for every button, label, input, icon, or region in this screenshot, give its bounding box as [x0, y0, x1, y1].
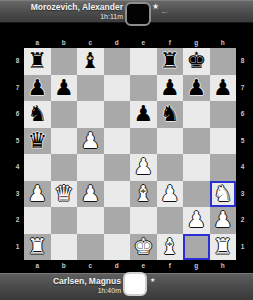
- piece-black-queen[interactable]: ♛: [27, 128, 47, 155]
- bottom-player-info: Carlsen, Magnus 1h:40m: [0, 277, 121, 295]
- square-f8[interactable]: ♜: [157, 48, 184, 75]
- square-g2[interactable]: ♟: [183, 207, 210, 234]
- square-d5[interactable]: [104, 128, 131, 155]
- file-label-e: e: [130, 38, 157, 47]
- square-c7[interactable]: [77, 75, 104, 102]
- piece-white-pawn[interactable]: ♟: [27, 181, 47, 208]
- square-e8[interactable]: [130, 48, 157, 75]
- rank-label-7: 7: [13, 75, 22, 102]
- square-g4[interactable]: [183, 154, 210, 181]
- piece-white-rook[interactable]: ♜: [213, 234, 233, 261]
- square-g3[interactable]: [183, 181, 210, 208]
- rank-label-7: 7: [238, 75, 247, 102]
- top-player-name: Morozevich, Alexander: [0, 3, 123, 12]
- back-arrow-icon[interactable]: ←: [160, 6, 169, 16]
- square-a5[interactable]: ♛: [24, 128, 51, 155]
- square-g1[interactable]: [183, 234, 210, 261]
- square-a7[interactable]: ♟: [24, 75, 51, 102]
- bottom-player-clock: 1h:40m: [0, 287, 121, 295]
- piece-black-knight[interactable]: ♞: [27, 101, 47, 128]
- square-b2[interactable]: [51, 207, 78, 234]
- square-g7[interactable]: ♟: [183, 75, 210, 102]
- piece-white-queen[interactable]: ♛: [54, 181, 74, 208]
- square-d3[interactable]: [104, 181, 131, 208]
- piece-white-bishop[interactable]: ♝: [160, 234, 180, 261]
- piece-white-knight[interactable]: ♞: [213, 181, 233, 208]
- file-label-d: d: [104, 38, 131, 47]
- piece-black-pawn[interactable]: ♟: [213, 75, 233, 102]
- rank-label-8: 8: [238, 48, 247, 75]
- square-b3[interactable]: ♛: [51, 181, 78, 208]
- piece-white-pawn[interactable]: ♟: [80, 128, 100, 155]
- file-label-f: f: [157, 38, 184, 47]
- square-f5[interactable]: [157, 128, 184, 155]
- top-player-clock: 1h:11m: [0, 13, 123, 21]
- chess-board: ♜♝♜♚♟♟♟♟♟♞♟♞♛♟♟♟♛♟♝♟♞♟♟♜♚♝♜: [24, 48, 236, 260]
- file-labels-bottom: abcdefgh: [24, 261, 236, 270]
- square-f3[interactable]: ♟: [157, 181, 184, 208]
- square-b6[interactable]: [51, 101, 78, 128]
- square-e5[interactable]: [130, 128, 157, 155]
- file-label-a: a: [24, 38, 51, 47]
- star-icon: ★: [150, 276, 155, 283]
- file-label-e: e: [130, 261, 157, 270]
- square-h3[interactable]: ♞: [210, 181, 237, 208]
- square-e4[interactable]: ♟: [130, 154, 157, 181]
- square-b7[interactable]: ♟: [51, 75, 78, 102]
- square-h6[interactable]: [210, 101, 237, 128]
- rank-label-2: 2: [238, 207, 247, 234]
- square-h7[interactable]: ♟: [210, 75, 237, 102]
- piece-white-king[interactable]: ♚: [133, 234, 153, 261]
- piece-black-bishop[interactable]: ♝: [80, 48, 100, 75]
- piece-black-pawn[interactable]: ♟: [186, 75, 206, 102]
- rank-label-6: 6: [238, 101, 247, 128]
- file-label-b: b: [51, 261, 78, 270]
- square-d7[interactable]: [104, 75, 131, 102]
- square-f4[interactable]: [157, 154, 184, 181]
- rank-label-4: 4: [238, 154, 247, 181]
- rank-label-3: 3: [238, 181, 247, 208]
- rank-label-4: 4: [13, 154, 22, 181]
- square-e1[interactable]: ♚: [130, 234, 157, 261]
- file-label-g: g: [183, 38, 210, 47]
- piece-black-pawn[interactable]: ♟: [133, 101, 153, 128]
- square-e6[interactable]: ♟: [130, 101, 157, 128]
- rank-label-3: 3: [13, 181, 22, 208]
- square-d8[interactable]: [104, 48, 131, 75]
- square-a8[interactable]: ♜: [24, 48, 51, 75]
- star-icon: ★: [152, 2, 159, 11]
- file-label-h: h: [210, 38, 237, 47]
- rank-labels-left: 87654321: [13, 48, 22, 260]
- square-c5[interactable]: ♟: [77, 128, 104, 155]
- square-h5[interactable]: [210, 128, 237, 155]
- square-g6[interactable]: [183, 101, 210, 128]
- square-d1[interactable]: [104, 234, 131, 261]
- square-b4[interactable]: [51, 154, 78, 181]
- file-label-b: b: [51, 38, 78, 47]
- piece-black-king[interactable]: ♚: [186, 48, 206, 75]
- square-c3[interactable]: ♟: [77, 181, 104, 208]
- square-d6[interactable]: [104, 101, 131, 128]
- piece-black-rook[interactable]: ♜: [27, 48, 47, 75]
- piece-black-knight[interactable]: ♞: [160, 101, 180, 128]
- square-e7[interactable]: [130, 75, 157, 102]
- rank-label-2: 2: [13, 207, 22, 234]
- piece-white-pawn[interactable]: ♟: [213, 207, 233, 234]
- piece-white-pawn[interactable]: ♟: [80, 181, 100, 208]
- file-label-c: c: [77, 38, 104, 47]
- square-f7[interactable]: ♟: [157, 75, 184, 102]
- square-b5[interactable]: [51, 128, 78, 155]
- square-c1[interactable]: [77, 234, 104, 261]
- square-d2[interactable]: [104, 207, 131, 234]
- piece-white-bishop[interactable]: ♝: [133, 181, 153, 208]
- piece-white-rook[interactable]: ♜: [27, 234, 47, 261]
- piece-black-pawn[interactable]: ♟: [54, 75, 74, 102]
- rank-label-5: 5: [13, 128, 22, 155]
- game-window: Morozevich, Alexander 1h:11m ★ ← abcdefg…: [0, 0, 253, 300]
- file-label-c: c: [77, 261, 104, 270]
- file-labels-top: abcdefgh: [24, 38, 236, 47]
- rank-label-6: 6: [13, 101, 22, 128]
- square-a6[interactable]: ♞: [24, 101, 51, 128]
- file-label-a: a: [24, 261, 51, 270]
- rank-label-1: 1: [13, 234, 22, 261]
- top-player-color-chip: [125, 2, 151, 26]
- bottom-player-color-chip: [123, 272, 147, 296]
- file-label-d: d: [104, 261, 131, 270]
- square-f1[interactable]: ♝: [157, 234, 184, 261]
- square-a2[interactable]: [24, 207, 51, 234]
- piece-white-pawn[interactable]: ♟: [133, 154, 153, 181]
- square-a4[interactable]: [24, 154, 51, 181]
- square-b8[interactable]: [51, 48, 78, 75]
- piece-black-pawn[interactable]: ♟: [160, 75, 180, 102]
- file-label-f: f: [157, 261, 184, 270]
- file-label-h: h: [210, 261, 237, 270]
- square-d4[interactable]: [104, 154, 131, 181]
- square-a3[interactable]: ♟: [24, 181, 51, 208]
- square-h8[interactable]: [210, 48, 237, 75]
- top-player-info: Morozevich, Alexander 1h:11m: [0, 3, 123, 21]
- square-e2[interactable]: [130, 207, 157, 234]
- piece-black-rook[interactable]: ♜: [160, 48, 180, 75]
- piece-black-pawn[interactable]: ♟: [27, 75, 47, 102]
- piece-white-pawn[interactable]: ♟: [160, 181, 180, 208]
- piece-white-pawn[interactable]: ♟: [186, 207, 206, 234]
- square-c6[interactable]: [77, 101, 104, 128]
- square-g8[interactable]: ♚: [183, 48, 210, 75]
- square-g5[interactable]: [183, 128, 210, 155]
- file-label-g: g: [183, 261, 210, 270]
- rank-label-5: 5: [238, 128, 247, 155]
- square-f6[interactable]: ♞: [157, 101, 184, 128]
- square-e3[interactable]: ♝: [130, 181, 157, 208]
- rank-label-8: 8: [13, 48, 22, 75]
- square-h1[interactable]: ♜: [210, 234, 237, 261]
- square-c2[interactable]: [77, 207, 104, 234]
- square-b1[interactable]: [51, 234, 78, 261]
- square-a1[interactable]: ♜: [24, 234, 51, 261]
- square-h2[interactable]: ♟: [210, 207, 237, 234]
- square-c8[interactable]: ♝: [77, 48, 104, 75]
- bottom-player-name: Carlsen, Magnus: [0, 277, 121, 286]
- rank-label-1: 1: [238, 234, 247, 261]
- square-c4[interactable]: [77, 154, 104, 181]
- square-f2[interactable]: [157, 207, 184, 234]
- square-h4[interactable]: [210, 154, 237, 181]
- rank-labels-right: 87654321: [238, 48, 247, 260]
